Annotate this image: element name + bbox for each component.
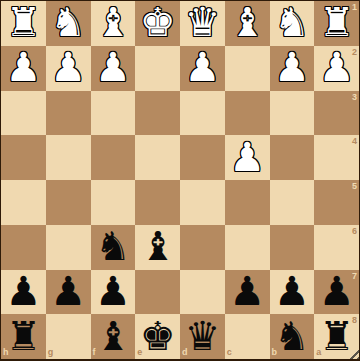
square-c1[interactable]: ♝ xyxy=(225,1,270,46)
square-c4[interactable]: ♟ xyxy=(225,135,270,180)
square-g1[interactable]: ♞ xyxy=(46,1,91,46)
square-a4[interactable]: 4 xyxy=(314,135,359,180)
square-e8[interactable]: e♚ xyxy=(135,314,180,359)
white-pawn-b2[interactable]: ♟ xyxy=(274,47,310,87)
square-c8[interactable]: c xyxy=(225,314,270,359)
black-rook-a8[interactable]: ♜ xyxy=(319,316,355,356)
black-king-e8[interactable]: ♚ xyxy=(140,316,176,356)
square-g5[interactable] xyxy=(46,180,91,225)
square-b7[interactable]: ♟ xyxy=(270,270,315,315)
square-b3[interactable] xyxy=(270,91,315,136)
square-f5[interactable] xyxy=(91,180,136,225)
square-a5[interactable]: 5 xyxy=(314,180,359,225)
square-d5[interactable] xyxy=(180,180,225,225)
black-pawn-f7[interactable]: ♟ xyxy=(95,271,131,311)
square-g7[interactable]: ♟ xyxy=(46,270,91,315)
black-pawn-c7[interactable]: ♟ xyxy=(229,271,265,311)
square-e3[interactable] xyxy=(135,91,180,136)
square-a7[interactable]: 7♟ xyxy=(314,270,359,315)
black-knight-f6[interactable]: ♞ xyxy=(95,226,131,266)
square-b2[interactable]: ♟ xyxy=(270,46,315,91)
rank-label-4: 4 xyxy=(352,137,357,146)
rank-label-5: 5 xyxy=(352,182,357,191)
square-e2[interactable] xyxy=(135,46,180,91)
square-f8[interactable]: f♝ xyxy=(91,314,136,359)
square-c5[interactable] xyxy=(225,180,270,225)
square-f4[interactable] xyxy=(91,135,136,180)
black-pawn-b7[interactable]: ♟ xyxy=(274,271,310,311)
square-e1[interactable]: ♚ xyxy=(135,1,180,46)
black-queen-d8[interactable]: ♛ xyxy=(184,316,220,356)
white-pawn-d2[interactable]: ♟ xyxy=(184,47,220,87)
white-pawn-a2[interactable]: ♟ xyxy=(319,47,355,87)
square-d7[interactable] xyxy=(180,270,225,315)
square-b5[interactable] xyxy=(270,180,315,225)
square-d8[interactable]: d♛ xyxy=(180,314,225,359)
white-bishop-f1[interactable]: ♝ xyxy=(95,2,131,42)
black-pawn-h7[interactable]: ♟ xyxy=(5,271,41,311)
file-label-g: g xyxy=(48,348,54,357)
square-a1[interactable]: 1♜ xyxy=(314,1,359,46)
square-b6[interactable] xyxy=(270,225,315,270)
square-b1[interactable]: ♞ xyxy=(270,1,315,46)
square-h6[interactable] xyxy=(1,225,46,270)
square-c3[interactable] xyxy=(225,91,270,136)
square-h5[interactable] xyxy=(1,180,46,225)
black-bishop-e6[interactable]: ♝ xyxy=(140,226,176,266)
square-d3[interactable] xyxy=(180,91,225,136)
square-d4[interactable] xyxy=(180,135,225,180)
black-knight-b8[interactable]: ♞ xyxy=(274,316,310,356)
black-rook-h8[interactable]: ♜ xyxy=(5,316,41,356)
square-f1[interactable]: ♝ xyxy=(91,1,136,46)
white-knight-g1[interactable]: ♞ xyxy=(50,2,86,42)
square-g2[interactable]: ♟ xyxy=(46,46,91,91)
square-d1[interactable]: ♛ xyxy=(180,1,225,46)
square-c6[interactable] xyxy=(225,225,270,270)
square-g4[interactable] xyxy=(46,135,91,180)
square-h1[interactable]: ♜ xyxy=(1,1,46,46)
square-f2[interactable]: ♟ xyxy=(91,46,136,91)
white-bishop-c1[interactable]: ♝ xyxy=(229,2,265,42)
white-pawn-c4[interactable]: ♟ xyxy=(229,137,265,177)
square-d2[interactable]: ♟ xyxy=(180,46,225,91)
square-a3[interactable]: 3 xyxy=(314,91,359,136)
white-knight-b1[interactable]: ♞ xyxy=(274,2,310,42)
square-e7[interactable] xyxy=(135,270,180,315)
black-pawn-g7[interactable]: ♟ xyxy=(50,271,86,311)
white-rook-h1[interactable]: ♜ xyxy=(5,2,41,42)
square-c7[interactable]: ♟ xyxy=(225,270,270,315)
square-a6[interactable]: 6 xyxy=(314,225,359,270)
white-pawn-h2[interactable]: ♟ xyxy=(5,47,41,87)
rank-label-3: 3 xyxy=(352,93,357,102)
white-pawn-g2[interactable]: ♟ xyxy=(50,47,86,87)
square-f3[interactable] xyxy=(91,91,136,136)
square-e6[interactable]: ♝ xyxy=(135,225,180,270)
rank-label-6: 6 xyxy=(352,227,357,236)
square-h2[interactable]: ♟ xyxy=(1,46,46,91)
square-b4[interactable] xyxy=(270,135,315,180)
square-a8[interactable]: 8a♜ xyxy=(314,314,359,359)
square-a2[interactable]: 2♟ xyxy=(314,46,359,91)
square-g3[interactable] xyxy=(46,91,91,136)
white-pawn-f2[interactable]: ♟ xyxy=(95,47,131,87)
file-label-c: c xyxy=(227,348,232,357)
square-h4[interactable] xyxy=(1,135,46,180)
square-h3[interactable] xyxy=(1,91,46,136)
square-e5[interactable] xyxy=(135,180,180,225)
square-h7[interactable]: ♟ xyxy=(1,270,46,315)
chess-board: ♜♞♝♚♛♝♞1♜♟♟♟♟♟2♟3♟45♞♝6♟♟♟♟♟7♟h♜gf♝e♚d♛c… xyxy=(0,0,360,361)
white-queen-d1[interactable]: ♛ xyxy=(184,2,220,42)
white-rook-a1[interactable]: ♜ xyxy=(319,2,355,42)
square-e4[interactable] xyxy=(135,135,180,180)
square-d6[interactable] xyxy=(180,225,225,270)
white-king-e1[interactable]: ♚ xyxy=(140,2,176,42)
square-h8[interactable]: h♜ xyxy=(1,314,46,359)
black-pawn-a7[interactable]: ♟ xyxy=(319,271,355,311)
square-b8[interactable]: b♞ xyxy=(270,314,315,359)
square-c2[interactable] xyxy=(225,46,270,91)
square-g8[interactable]: g xyxy=(46,314,91,359)
square-g6[interactable] xyxy=(46,225,91,270)
square-f7[interactable]: ♟ xyxy=(91,270,136,315)
black-bishop-f8[interactable]: ♝ xyxy=(95,316,131,356)
square-f6[interactable]: ♞ xyxy=(91,225,136,270)
